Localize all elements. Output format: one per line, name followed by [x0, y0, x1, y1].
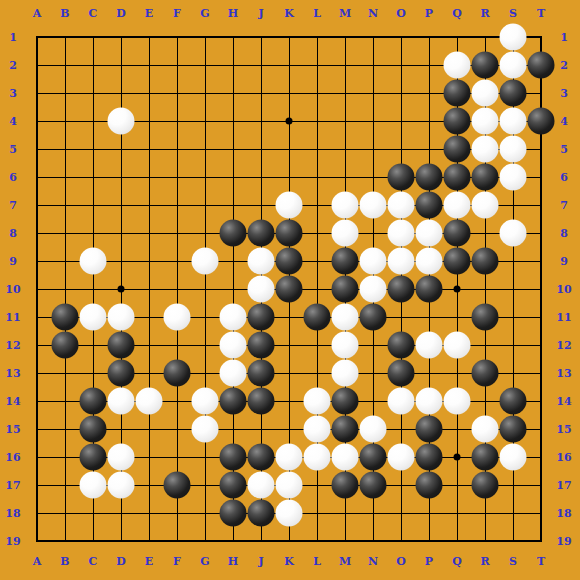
coord-label-top: G	[200, 7, 209, 20]
coord-label-right: 8	[560, 227, 568, 240]
stone-white-K17[interactable]	[276, 472, 303, 499]
coord-label-right: 19	[556, 535, 571, 548]
stone-black-P15[interactable]	[416, 416, 443, 443]
stone-white-L15[interactable]	[304, 416, 331, 443]
stone-white-N7[interactable]	[360, 192, 387, 219]
coord-label-bottom: E	[145, 555, 153, 568]
stone-white-J9[interactable]	[248, 248, 275, 275]
stone-white-P14[interactable]	[416, 388, 443, 415]
coord-label-left: 13	[5, 367, 20, 380]
coord-label-right: 12	[556, 339, 571, 352]
coord-label-left: 16	[5, 451, 20, 464]
stone-black-H18[interactable]	[220, 500, 247, 527]
stone-black-Q8[interactable]	[444, 220, 471, 247]
stone-white-R3[interactable]	[472, 80, 499, 107]
coord-label-left: 6	[9, 171, 17, 184]
coord-label-left: 12	[5, 339, 20, 352]
stone-black-J12[interactable]	[248, 332, 275, 359]
coord-label-bottom: T	[537, 555, 545, 568]
coord-label-left: 8	[9, 227, 17, 240]
coord-label-left: 18	[5, 507, 20, 520]
stone-black-O10[interactable]	[388, 276, 415, 303]
stone-white-R5[interactable]	[472, 136, 499, 163]
stone-black-O13[interactable]	[388, 360, 415, 387]
stone-white-C9[interactable]	[80, 248, 107, 275]
stone-white-H12[interactable]	[220, 332, 247, 359]
coord-label-top: P	[425, 7, 433, 20]
stone-white-C11[interactable]	[80, 304, 107, 331]
star-point	[454, 286, 461, 293]
coord-label-right: 13	[556, 367, 571, 380]
stone-white-D16[interactable]	[108, 444, 135, 471]
stone-white-S1[interactable]	[500, 24, 527, 51]
coord-label-left: 9	[9, 255, 17, 268]
stone-black-J11[interactable]	[248, 304, 275, 331]
stone-black-D13[interactable]	[108, 360, 135, 387]
stone-black-F17[interactable]	[164, 472, 191, 499]
coord-label-top: C	[89, 7, 98, 20]
stone-white-D17[interactable]	[108, 472, 135, 499]
stone-black-S14[interactable]	[500, 388, 527, 415]
stone-black-T2[interactable]	[528, 52, 555, 79]
coord-label-bottom: Q	[452, 555, 462, 568]
coord-label-bottom: R	[480, 555, 489, 568]
stone-black-T4[interactable]	[528, 108, 555, 135]
stone-white-K7[interactable]	[276, 192, 303, 219]
stone-black-J8[interactable]	[248, 220, 275, 247]
stone-white-R7[interactable]	[472, 192, 499, 219]
stone-white-P8[interactable]	[416, 220, 443, 247]
stone-black-N17[interactable]	[360, 472, 387, 499]
coord-label-top: F	[173, 7, 181, 20]
coord-label-top: A	[33, 7, 42, 20]
stone-white-K16[interactable]	[276, 444, 303, 471]
stone-black-J18[interactable]	[248, 500, 275, 527]
coord-label-left: 2	[9, 59, 17, 72]
stone-white-L14[interactable]	[304, 388, 331, 415]
stone-black-Q5[interactable]	[444, 136, 471, 163]
coord-label-right: 15	[556, 423, 571, 436]
stone-white-F11[interactable]	[164, 304, 191, 331]
coord-label-right: 2	[560, 59, 568, 72]
stone-black-M15[interactable]	[332, 416, 359, 443]
stone-black-J16[interactable]	[248, 444, 275, 471]
coord-label-top: O	[396, 7, 406, 20]
stone-black-C14[interactable]	[80, 388, 107, 415]
coord-label-right: 14	[556, 395, 571, 408]
stone-white-S8[interactable]	[500, 220, 527, 247]
grid-line-h	[36, 429, 542, 430]
stone-white-O9[interactable]	[388, 248, 415, 275]
coord-label-left: 15	[5, 423, 20, 436]
stone-white-C17[interactable]	[80, 472, 107, 499]
stone-white-M7[interactable]	[332, 192, 359, 219]
stone-black-C15[interactable]	[80, 416, 107, 443]
coord-label-right: 9	[560, 255, 568, 268]
coord-label-right: 7	[560, 199, 568, 212]
stone-white-Q14[interactable]	[444, 388, 471, 415]
stone-white-D11[interactable]	[108, 304, 135, 331]
stone-black-L11[interactable]	[304, 304, 331, 331]
coord-label-right: 16	[556, 451, 571, 464]
stone-white-S4[interactable]	[500, 108, 527, 135]
stone-black-H14[interactable]	[220, 388, 247, 415]
stone-black-P10[interactable]	[416, 276, 443, 303]
coord-label-top: J	[258, 7, 263, 20]
go-board[interactable]: AABBCCDDEEFFGGHHJJKKLLMMNNOOPPQQRRSSTT11…	[0, 0, 580, 580]
stone-black-K10[interactable]	[276, 276, 303, 303]
coord-label-top: H	[228, 7, 238, 20]
stone-white-K18[interactable]	[276, 500, 303, 527]
stone-white-L16[interactable]	[304, 444, 331, 471]
stone-black-B11[interactable]	[52, 304, 79, 331]
coord-label-bottom: L	[313, 555, 321, 568]
coord-label-left: 11	[5, 311, 20, 324]
stone-black-K8[interactable]	[276, 220, 303, 247]
stone-black-P7[interactable]	[416, 192, 443, 219]
stone-black-S3[interactable]	[500, 80, 527, 107]
stone-black-H17[interactable]	[220, 472, 247, 499]
stone-white-G15[interactable]	[192, 416, 219, 443]
stone-black-P17[interactable]	[416, 472, 443, 499]
coord-label-left: 17	[5, 479, 20, 492]
coord-label-bottom: G	[200, 555, 209, 568]
coord-label-left: 4	[9, 115, 17, 128]
stone-white-M13[interactable]	[332, 360, 359, 387]
coord-label-top: T	[537, 7, 545, 20]
star-point	[118, 286, 125, 293]
stone-black-D12[interactable]	[108, 332, 135, 359]
stone-white-H11[interactable]	[220, 304, 247, 331]
stone-white-R15[interactable]	[472, 416, 499, 443]
stone-white-O8[interactable]	[388, 220, 415, 247]
coord-label-left: 5	[9, 143, 17, 156]
coord-label-bottom: B	[60, 555, 69, 568]
coord-label-right: 6	[560, 171, 568, 184]
stone-white-H13[interactable]	[220, 360, 247, 387]
stone-white-Q7[interactable]	[444, 192, 471, 219]
stone-black-Q9[interactable]	[444, 248, 471, 275]
coord-label-left: 1	[9, 31, 17, 44]
stone-white-M11[interactable]	[332, 304, 359, 331]
coord-label-top: E	[145, 7, 153, 20]
star-point	[286, 118, 293, 125]
stone-black-C16[interactable]	[80, 444, 107, 471]
stone-black-M14[interactable]	[332, 388, 359, 415]
stone-white-D4[interactable]	[108, 108, 135, 135]
coord-label-right: 17	[556, 479, 571, 492]
star-point	[454, 454, 461, 461]
stone-white-P9[interactable]	[416, 248, 443, 275]
coord-label-bottom: J	[258, 555, 263, 568]
stone-white-M8[interactable]	[332, 220, 359, 247]
stone-white-G9[interactable]	[192, 248, 219, 275]
coord-label-left: 3	[9, 87, 17, 100]
stone-white-P12[interactable]	[416, 332, 443, 359]
coord-label-top: S	[509, 7, 517, 20]
coord-label-left: 19	[5, 535, 20, 548]
coord-label-right: 11	[556, 311, 571, 324]
coord-label-top: M	[339, 7, 351, 20]
stone-white-R4[interactable]	[472, 108, 499, 135]
stone-black-J13[interactable]	[248, 360, 275, 387]
stone-black-S15[interactable]	[500, 416, 527, 443]
stone-black-J14[interactable]	[248, 388, 275, 415]
stone-white-N9[interactable]	[360, 248, 387, 275]
stone-white-S5[interactable]	[500, 136, 527, 163]
stone-white-Q12[interactable]	[444, 332, 471, 359]
stone-white-O14[interactable]	[388, 388, 415, 415]
coord-label-top: L	[313, 7, 321, 20]
stone-black-P16[interactable]	[416, 444, 443, 471]
stone-black-B12[interactable]	[52, 332, 79, 359]
stone-white-S6[interactable]	[500, 164, 527, 191]
stone-white-J10[interactable]	[248, 276, 275, 303]
coord-label-top: Q	[452, 7, 462, 20]
stone-black-P6[interactable]	[416, 164, 443, 191]
stone-white-O7[interactable]	[388, 192, 415, 219]
grid-line-h	[36, 540, 542, 542]
stone-black-Q6[interactable]	[444, 164, 471, 191]
stone-white-E14[interactable]	[136, 388, 163, 415]
stone-white-O16[interactable]	[388, 444, 415, 471]
stone-black-O12[interactable]	[388, 332, 415, 359]
coord-label-bottom: O	[396, 555, 406, 568]
stone-black-H8[interactable]	[220, 220, 247, 247]
stone-black-M17[interactable]	[332, 472, 359, 499]
coord-label-bottom: C	[89, 555, 98, 568]
stone-black-Q3[interactable]	[444, 80, 471, 107]
coord-label-bottom: A	[33, 555, 42, 568]
coord-label-left: 14	[5, 395, 20, 408]
stone-black-N11[interactable]	[360, 304, 387, 331]
stone-white-S2[interactable]	[500, 52, 527, 79]
coord-label-bottom: D	[116, 555, 126, 568]
stone-white-S16[interactable]	[500, 444, 527, 471]
stone-black-R13[interactable]	[472, 360, 499, 387]
stone-black-M10[interactable]	[332, 276, 359, 303]
coord-label-top: N	[368, 7, 378, 20]
stone-black-H16[interactable]	[220, 444, 247, 471]
stone-black-K9[interactable]	[276, 248, 303, 275]
stone-black-R16[interactable]	[472, 444, 499, 471]
coord-label-top: B	[60, 7, 69, 20]
stone-black-M9[interactable]	[332, 248, 359, 275]
coord-label-bottom: M	[339, 555, 351, 568]
coord-label-right: 5	[560, 143, 568, 156]
coord-label-bottom: S	[509, 555, 517, 568]
coord-label-right: 3	[560, 87, 568, 100]
coord-label-bottom: N	[368, 555, 378, 568]
coord-label-bottom: F	[173, 555, 181, 568]
stone-white-G14[interactable]	[192, 388, 219, 415]
stone-white-M12[interactable]	[332, 332, 359, 359]
stone-black-R9[interactable]	[472, 248, 499, 275]
coord-label-top: K	[284, 7, 294, 20]
coord-label-left: 7	[9, 199, 17, 212]
stone-black-R17[interactable]	[472, 472, 499, 499]
stone-white-N10[interactable]	[360, 276, 387, 303]
coord-label-bottom: H	[228, 555, 238, 568]
stone-white-J17[interactable]	[248, 472, 275, 499]
coord-label-bottom: P	[425, 555, 433, 568]
stone-black-R2[interactable]	[472, 52, 499, 79]
stone-black-F13[interactable]	[164, 360, 191, 387]
stone-white-Q2[interactable]	[444, 52, 471, 79]
stone-black-O6[interactable]	[388, 164, 415, 191]
stone-black-Q4[interactable]	[444, 108, 471, 135]
stone-white-N15[interactable]	[360, 416, 387, 443]
coord-label-right: 1	[560, 31, 568, 44]
coord-label-top: D	[116, 7, 126, 20]
coord-label-left: 10	[5, 283, 20, 296]
stone-white-D14[interactable]	[108, 388, 135, 415]
coord-label-right: 10	[556, 283, 571, 296]
coord-label-right: 18	[556, 507, 571, 520]
stone-white-M16[interactable]	[332, 444, 359, 471]
coord-label-right: 4	[560, 115, 568, 128]
coord-label-top: R	[480, 7, 489, 20]
coord-label-bottom: K	[284, 555, 294, 568]
stone-black-R11[interactable]	[472, 304, 499, 331]
stone-black-R6[interactable]	[472, 164, 499, 191]
stone-black-N16[interactable]	[360, 444, 387, 471]
